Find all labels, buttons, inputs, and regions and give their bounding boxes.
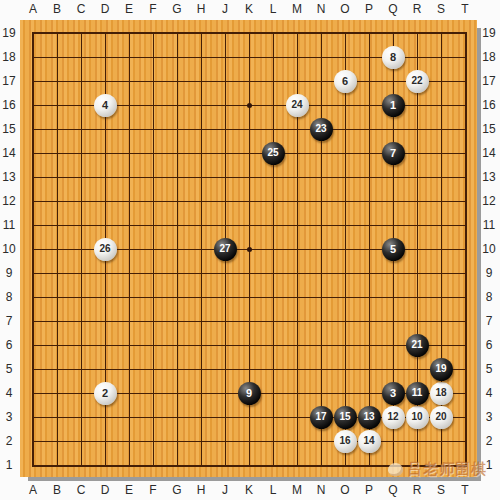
column-label-G: G [165,482,189,498]
stone-14-white-P2[interactable]: 14 [358,430,381,453]
row-label-16: 16 [480,93,498,117]
row-label-16: 16 [0,93,18,117]
column-label-D: D [93,482,117,498]
column-label-K: K [237,482,261,498]
stone-21-black-R6[interactable]: 21 [406,334,429,357]
column-label-D: D [93,1,117,17]
row-label-4: 4 [0,381,18,405]
column-label-F: F [141,482,165,498]
stone-27-black-J10[interactable]: 27 [214,238,237,261]
column-label-S: S [429,1,453,17]
stone-6-white-O17[interactable]: 6 [334,70,357,93]
stone-19-black-S5[interactable]: 19 [430,358,453,381]
stone-7-black-Q14[interactable]: 7 [382,142,405,165]
column-label-B: B [45,482,69,498]
row-label-1: 1 [0,453,18,477]
row-label-12: 12 [480,189,498,213]
stone-13-black-P3[interactable]: 13 [358,406,381,429]
column-label-E: E [117,482,141,498]
row-label-18: 18 [0,45,18,69]
column-label-J: J [213,1,237,17]
row-label-8: 8 [0,285,18,309]
stone-25-black-L14[interactable]: 25 [262,142,285,165]
row-label-17: 17 [0,69,18,93]
column-label-C: C [69,482,93,498]
column-label-H: H [189,1,213,17]
column-labels-bottom: ABCDEFGHJKLMNOPQRST [21,482,477,498]
row-label-5: 5 [480,357,498,381]
stone-17-black-N3[interactable]: 17 [310,406,333,429]
row-label-14: 14 [480,141,498,165]
row-label-12: 12 [0,189,18,213]
column-label-M: M [285,1,309,17]
row-label-15: 15 [480,117,498,141]
row-label-19: 19 [0,21,18,45]
column-label-K: K [237,1,261,17]
column-label-O: O [333,1,357,17]
stone-23-black-N15[interactable]: 23 [310,118,333,141]
row-label-2: 2 [0,429,18,453]
column-label-B: B [45,1,69,17]
row-label-18: 18 [480,45,498,69]
row-label-10: 10 [0,237,18,261]
go-board[interactable]: 1234567891011121314151617181920212223242… [20,20,477,477]
column-label-J: J [213,482,237,498]
column-label-P: P [357,482,381,498]
stone-8-white-Q18[interactable]: 8 [382,46,405,69]
row-label-4: 4 [480,381,498,405]
column-label-O: O [333,482,357,498]
stone-4-white-D16[interactable]: 4 [94,94,117,117]
column-label-G: G [165,1,189,17]
column-label-R: R [405,1,429,17]
row-label-14: 14 [0,141,18,165]
row-label-6: 6 [480,333,498,357]
column-label-N: N [309,482,333,498]
stone-1-black-Q16[interactable]: 1 [382,94,405,117]
row-label-7: 7 [480,309,498,333]
row-label-10: 10 [480,237,498,261]
column-label-E: E [117,1,141,17]
column-label-A: A [21,1,45,17]
row-label-1: 1 [480,453,498,477]
row-label-3: 3 [480,405,498,429]
row-labels-left: 19181716151413121110987654321 [0,21,18,477]
stone-18-white-S4[interactable]: 18 [430,382,453,405]
stone-16-white-O2[interactable]: 16 [334,430,357,453]
column-label-T: T [453,1,477,17]
row-label-9: 9 [480,261,498,285]
column-label-P: P [357,1,381,17]
column-label-L: L [261,1,285,17]
row-label-15: 15 [0,117,18,141]
stone-5-black-Q10[interactable]: 5 [382,238,405,261]
column-label-H: H [189,482,213,498]
goban-area: 19181716151413121110987654321 1918171615… [0,0,500,500]
row-label-6: 6 [0,333,18,357]
column-label-M: M [285,482,309,498]
stone-24-white-M16[interactable]: 24 [286,94,309,117]
stone-11-black-R4[interactable]: 11 [406,382,429,405]
stone-22-white-R17[interactable]: 22 [406,70,429,93]
row-label-11: 11 [0,213,18,237]
row-label-13: 13 [480,165,498,189]
column-label-T: T [453,482,477,498]
column-label-L: L [261,482,285,498]
stone-9-black-K4[interactable]: 9 [238,382,261,405]
row-label-5: 5 [0,357,18,381]
row-label-3: 3 [0,405,18,429]
row-label-19: 19 [480,21,498,45]
stones-layer: 1234567891011121314151617181920212223242… [21,21,477,477]
column-label-R: R [405,482,429,498]
stone-15-black-O3[interactable]: 15 [334,406,357,429]
column-label-F: F [141,1,165,17]
row-label-11: 11 [480,213,498,237]
row-label-8: 8 [480,285,498,309]
row-label-2: 2 [480,429,498,453]
stone-12-white-Q3[interactable]: 12 [382,406,405,429]
column-label-Q: Q [381,1,405,17]
stone-10-white-R3[interactable]: 10 [406,406,429,429]
column-label-S: S [429,482,453,498]
row-label-7: 7 [0,309,18,333]
row-labels-right: 19181716151413121110987654321 [480,21,498,477]
stone-26-white-D10[interactable]: 26 [94,238,117,261]
stone-20-white-S3[interactable]: 20 [430,406,453,429]
stone-3-black-Q4[interactable]: 3 [382,382,405,405]
column-label-C: C [69,1,93,17]
column-label-A: A [21,482,45,498]
row-label-17: 17 [480,69,498,93]
stone-2-white-D4[interactable]: 2 [94,382,117,405]
column-label-N: N [309,1,333,17]
column-label-Q: Q [381,482,405,498]
row-label-9: 9 [0,261,18,285]
row-label-13: 13 [0,165,18,189]
column-labels-top: ABCDEFGHJKLMNOPQRST [21,1,477,17]
